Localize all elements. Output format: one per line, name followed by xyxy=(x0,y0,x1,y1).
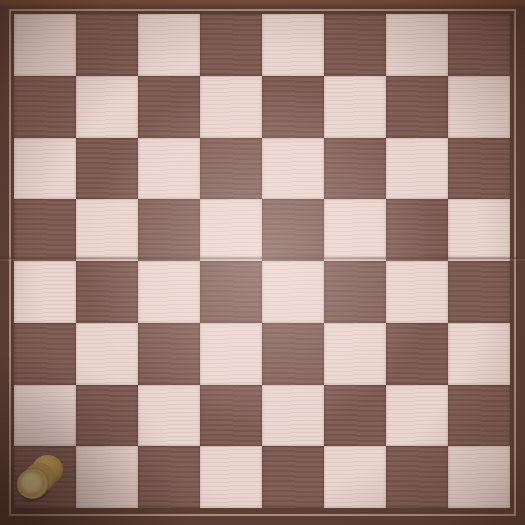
square-a7[interactable] xyxy=(14,76,76,138)
square-e2[interactable] xyxy=(262,385,324,447)
square-g8[interactable] xyxy=(386,14,448,76)
square-c1[interactable] xyxy=(138,446,200,508)
square-d1[interactable] xyxy=(200,446,262,508)
square-d6[interactable] xyxy=(200,138,262,200)
square-b7[interactable] xyxy=(76,76,138,138)
square-c5[interactable] xyxy=(138,199,200,261)
square-b2[interactable] xyxy=(76,385,138,447)
square-c4[interactable] xyxy=(138,261,200,323)
checker-piece-face xyxy=(17,469,48,499)
square-b5[interactable] xyxy=(76,199,138,261)
square-e5[interactable] xyxy=(262,199,324,261)
square-b4[interactable] xyxy=(76,261,138,323)
square-a6[interactable] xyxy=(14,138,76,200)
square-h2[interactable] xyxy=(448,385,510,447)
checker-piece[interactable] xyxy=(15,452,67,504)
square-a2[interactable] xyxy=(14,385,76,447)
square-h3[interactable] xyxy=(448,323,510,385)
square-h1[interactable] xyxy=(448,446,510,508)
square-a8[interactable] xyxy=(14,14,76,76)
square-e3[interactable] xyxy=(262,323,324,385)
square-a3[interactable] xyxy=(14,323,76,385)
square-d4[interactable] xyxy=(200,261,262,323)
square-h8[interactable] xyxy=(448,14,510,76)
square-a5[interactable] xyxy=(14,199,76,261)
square-b8[interactable] xyxy=(76,14,138,76)
square-e4[interactable] xyxy=(262,261,324,323)
square-h5[interactable] xyxy=(448,199,510,261)
square-c3[interactable] xyxy=(138,323,200,385)
square-g4[interactable] xyxy=(386,261,448,323)
square-f7[interactable] xyxy=(324,76,386,138)
square-e6[interactable] xyxy=(262,138,324,200)
square-f3[interactable] xyxy=(324,323,386,385)
square-g5[interactable] xyxy=(386,199,448,261)
square-c8[interactable] xyxy=(138,14,200,76)
square-f8[interactable] xyxy=(324,14,386,76)
square-d3[interactable] xyxy=(200,323,262,385)
square-d2[interactable] xyxy=(200,385,262,447)
checkerboard-photo xyxy=(0,0,525,525)
square-f5[interactable] xyxy=(324,199,386,261)
square-g2[interactable] xyxy=(386,385,448,447)
square-e8[interactable] xyxy=(262,14,324,76)
square-h7[interactable] xyxy=(448,76,510,138)
square-d7[interactable] xyxy=(200,76,262,138)
square-f6[interactable] xyxy=(324,138,386,200)
square-a4[interactable] xyxy=(14,261,76,323)
square-g7[interactable] xyxy=(386,76,448,138)
square-h6[interactable] xyxy=(448,138,510,200)
square-g1[interactable] xyxy=(386,446,448,508)
square-f2[interactable] xyxy=(324,385,386,447)
square-c2[interactable] xyxy=(138,385,200,447)
square-h4[interactable] xyxy=(448,261,510,323)
square-g3[interactable] xyxy=(386,323,448,385)
square-d5[interactable] xyxy=(200,199,262,261)
square-e1[interactable] xyxy=(262,446,324,508)
square-g6[interactable] xyxy=(386,138,448,200)
square-e7[interactable] xyxy=(262,76,324,138)
square-f1[interactable] xyxy=(324,446,386,508)
square-c6[interactable] xyxy=(138,138,200,200)
square-f4[interactable] xyxy=(324,261,386,323)
square-d8[interactable] xyxy=(200,14,262,76)
board-squares xyxy=(14,14,510,508)
square-b3[interactable] xyxy=(76,323,138,385)
square-b6[interactable] xyxy=(76,138,138,200)
square-c7[interactable] xyxy=(138,76,200,138)
square-b1[interactable] xyxy=(76,446,138,508)
